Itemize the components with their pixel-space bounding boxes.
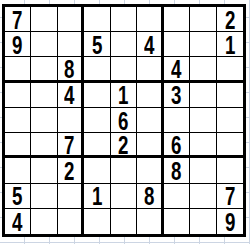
given-digit: 2: [118, 133, 128, 158]
given-digit: 4: [144, 32, 154, 57]
sudoku-cell-r3c4[interactable]: [84, 57, 110, 82]
sudoku-cell-r9c1[interactable]: 4: [5, 209, 31, 234]
sudoku-cell-r2c4[interactable]: 5: [84, 32, 110, 57]
given-digit: 8: [144, 184, 154, 209]
sudoku-cell-r4c4[interactable]: [84, 83, 110, 108]
sudoku-cell-r6c3[interactable]: 7: [58, 133, 84, 158]
sudoku-cell-r7c9[interactable]: [217, 158, 243, 183]
sudoku-cell-r8c8[interactable]: [190, 184, 216, 209]
sudoku-cell-r1c9[interactable]: 2: [217, 7, 243, 32]
sudoku-cell-r7c5[interactable]: [111, 158, 137, 183]
given-digit: 1: [118, 83, 128, 108]
sudoku-cell-r9c6[interactable]: [137, 209, 163, 234]
sudoku-cell-r2c7[interactable]: [164, 32, 190, 57]
sudoku-cell-r2c2[interactable]: [31, 32, 57, 57]
given-digit: 8: [64, 57, 74, 82]
sudoku-cell-r9c3[interactable]: [58, 209, 84, 234]
sudoku-cell-r8c9[interactable]: 7: [217, 184, 243, 209]
given-digit: 7: [225, 184, 235, 209]
sudoku-cell-r8c1[interactable]: 5: [5, 184, 31, 209]
sudoku-cell-r8c4[interactable]: 1: [84, 184, 110, 209]
sudoku-cell-r6c5[interactable]: 2: [111, 133, 137, 158]
sudoku-cell-r6c8[interactable]: [190, 133, 216, 158]
sudoku-cell-r2c9[interactable]: 1: [217, 32, 243, 57]
sudoku-cell-r5c6[interactable]: [137, 108, 163, 133]
sudoku-cell-r2c6[interactable]: 4: [137, 32, 163, 57]
sudoku-cell-r4c9[interactable]: [217, 83, 243, 108]
sudoku-cell-r3c5[interactable]: [111, 57, 137, 82]
given-digit: 7: [13, 7, 23, 32]
sudoku-cell-r3c6[interactable]: [137, 57, 163, 82]
sudoku-board: 72954184413672628518749: [2, 4, 246, 237]
given-digit: 8: [171, 158, 181, 183]
given-digit: 6: [118, 108, 128, 133]
sudoku-cell-r5c3[interactable]: [58, 108, 84, 133]
sudoku-cell-r8c5[interactable]: [111, 184, 137, 209]
sudoku-cell-r7c8[interactable]: [190, 158, 216, 183]
sudoku-cell-r5c1[interactable]: [5, 108, 31, 133]
sudoku-cell-r6c2[interactable]: [31, 133, 57, 158]
sudoku-cell-r1c3[interactable]: [58, 7, 84, 32]
sudoku-cell-r2c8[interactable]: [190, 32, 216, 57]
given-digit: 4: [171, 57, 181, 82]
sudoku-cell-r3c9[interactable]: [217, 57, 243, 82]
sudoku-cell-r8c6[interactable]: 8: [137, 184, 163, 209]
sudoku-cell-r1c4[interactable]: [84, 7, 110, 32]
sudoku-cell-r5c2[interactable]: [31, 108, 57, 133]
given-digit: 5: [13, 184, 23, 209]
sudoku-cell-r9c2[interactable]: [31, 209, 57, 234]
sudoku-cell-r2c1[interactable]: 9: [5, 32, 31, 57]
sudoku-cell-r5c8[interactable]: [190, 108, 216, 133]
sudoku-cell-r5c7[interactable]: [164, 108, 190, 133]
given-digit: 2: [64, 158, 74, 183]
sudoku-cell-r2c5[interactable]: [111, 32, 137, 57]
sudoku-cell-r7c2[interactable]: [31, 158, 57, 183]
sudoku-cell-r4c8[interactable]: [190, 83, 216, 108]
sudoku-cell-r8c7[interactable]: [164, 184, 190, 209]
sudoku-cell-r1c1[interactable]: 7: [5, 7, 31, 32]
given-digit: 6: [171, 133, 181, 158]
sudoku-cell-r6c9[interactable]: [217, 133, 243, 158]
sudoku-cell-r1c5[interactable]: [111, 7, 137, 32]
given-digit: 4: [13, 209, 23, 234]
sudoku-cell-r8c2[interactable]: [31, 184, 57, 209]
sudoku-cell-r9c7[interactable]: [164, 209, 190, 234]
sudoku-cell-r6c4[interactable]: [84, 133, 110, 158]
sudoku-cell-r3c3[interactable]: 8: [58, 57, 84, 82]
sudoku-cell-r4c6[interactable]: [137, 83, 163, 108]
sudoku-cell-r3c7[interactable]: 4: [164, 57, 190, 82]
given-digit: 9: [13, 32, 23, 57]
sudoku-cell-r9c4[interactable]: [84, 209, 110, 234]
spreadsheet-background: 72954184413672628518749: [0, 0, 250, 244]
sudoku-cell-r1c8[interactable]: [190, 7, 216, 32]
sudoku-cell-r7c7[interactable]: 8: [164, 158, 190, 183]
sudoku-cell-r4c3[interactable]: 4: [58, 83, 84, 108]
sudoku-cell-r6c1[interactable]: [5, 133, 31, 158]
sudoku-cell-r7c4[interactable]: [84, 158, 110, 183]
sudoku-cell-r4c7[interactable]: 3: [164, 83, 190, 108]
sudoku-cell-r7c3[interactable]: 2: [58, 158, 84, 183]
sudoku-cell-r1c2[interactable]: [31, 7, 57, 32]
sudoku-cell-r6c6[interactable]: [137, 133, 163, 158]
sudoku-cell-r1c7[interactable]: [164, 7, 190, 32]
given-digit: 9: [225, 209, 235, 234]
given-digit: 5: [92, 32, 102, 57]
given-digit: 7: [64, 133, 74, 158]
sudoku-cell-r2c3[interactable]: [58, 32, 84, 57]
sudoku-cell-r3c1[interactable]: [5, 57, 31, 82]
given-digit: 1: [225, 32, 235, 57]
sudoku-cell-r5c4[interactable]: [84, 108, 110, 133]
sudoku-cell-r3c8[interactable]: [190, 57, 216, 82]
given-digit: 3: [171, 83, 181, 108]
given-digit: 1: [92, 184, 102, 209]
sudoku-cell-r5c5[interactable]: 6: [111, 108, 137, 133]
sudoku-cell-r4c2[interactable]: [31, 83, 57, 108]
sudoku-cell-r5c9[interactable]: [217, 108, 243, 133]
sudoku-cell-r4c1[interactable]: [5, 83, 31, 108]
given-digit: 2: [225, 7, 235, 32]
sudoku-cell-r6c7[interactable]: 6: [164, 133, 190, 158]
sudoku-cell-r3c2[interactable]: [31, 57, 57, 82]
sudoku-cell-r9c8[interactable]: [190, 209, 216, 234]
sudoku-cell-r9c5[interactable]: [111, 209, 137, 234]
sudoku-cell-r9c9[interactable]: 9: [217, 209, 243, 234]
sudoku-cell-r7c1[interactable]: [5, 158, 31, 183]
sudoku-cell-r4c5[interactable]: 1: [111, 83, 137, 108]
sudoku-cell-r1c6[interactable]: [137, 7, 163, 32]
sudoku-cell-r8c3[interactable]: [58, 184, 84, 209]
given-digit: 4: [64, 83, 74, 108]
sudoku-cell-r7c6[interactable]: [137, 158, 163, 183]
